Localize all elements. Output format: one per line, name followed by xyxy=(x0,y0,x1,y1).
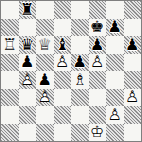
square-e2[interactable] xyxy=(71,106,89,124)
white-pawn: ♟♙ xyxy=(106,106,124,124)
square-d5[interactable]: ♟♙ xyxy=(54,54,72,72)
square-d1[interactable] xyxy=(54,124,72,142)
black-pawn: ♟ xyxy=(19,54,37,72)
square-a8[interactable] xyxy=(1,1,19,19)
square-a6[interactable]: ♜♖ xyxy=(1,36,19,54)
square-d6[interactable]: ♝ xyxy=(54,36,72,54)
square-h5[interactable] xyxy=(124,54,142,72)
white-pawn: ♟♙ xyxy=(89,54,107,72)
black-pawn: ♟ xyxy=(124,36,142,54)
square-d2[interactable] xyxy=(54,106,72,124)
square-b1[interactable] xyxy=(19,124,37,142)
square-h8[interactable] xyxy=(124,1,142,19)
square-b7[interactable] xyxy=(19,19,37,37)
square-b2[interactable] xyxy=(19,106,37,124)
white-bishop-glyph: ♗ xyxy=(71,71,89,89)
square-d8[interactable] xyxy=(54,1,72,19)
square-c5[interactable] xyxy=(36,54,54,72)
square-b3[interactable] xyxy=(19,89,37,107)
white-pawn: ♟♙ xyxy=(36,89,54,107)
black-rook-glyph: ♜ xyxy=(19,1,37,19)
square-c1[interactable] xyxy=(36,124,54,142)
square-f7[interactable]: ♚ xyxy=(89,19,107,37)
square-e4[interactable]: ♝♗ xyxy=(71,71,89,89)
square-f4[interactable] xyxy=(89,71,107,89)
black-king-glyph: ♚ xyxy=(89,19,107,37)
square-e1[interactable] xyxy=(71,124,89,142)
black-pawn-glyph: ♟ xyxy=(71,54,89,72)
square-a7[interactable] xyxy=(1,19,19,37)
white-pawn-glyph: ♙ xyxy=(124,89,142,107)
square-b6[interactable]: ♛ xyxy=(19,36,37,54)
black-rook: ♜ xyxy=(19,1,37,19)
square-c2[interactable] xyxy=(36,106,54,124)
black-queen-glyph: ♛ xyxy=(19,36,37,54)
square-f1[interactable]: ♚♔ xyxy=(89,124,107,142)
square-h6[interactable]: ♟ xyxy=(124,36,142,54)
square-h7[interactable] xyxy=(124,19,142,37)
square-a1[interactable] xyxy=(1,124,19,142)
square-g3[interactable] xyxy=(106,89,124,107)
square-g5[interactable] xyxy=(106,54,124,72)
black-king: ♚ xyxy=(89,19,107,37)
square-g7[interactable]: ♟ xyxy=(106,19,124,37)
black-pawn: ♟ xyxy=(106,19,124,37)
white-rook: ♜♖ xyxy=(1,36,19,54)
square-c3[interactable]: ♟♙ xyxy=(36,89,54,107)
square-c7[interactable] xyxy=(36,19,54,37)
square-g8[interactable] xyxy=(106,1,124,19)
square-g1[interactable] xyxy=(106,124,124,142)
white-pawn-glyph: ♙ xyxy=(36,89,54,107)
square-e6[interactable] xyxy=(71,36,89,54)
black-pawn: ♟ xyxy=(36,71,54,89)
white-bishop: ♝♗ xyxy=(71,71,89,89)
white-queen-glyph: ♕ xyxy=(36,36,54,54)
square-d4[interactable] xyxy=(54,71,72,89)
square-h2[interactable] xyxy=(124,106,142,124)
square-c6[interactable]: ♛♕ xyxy=(36,36,54,54)
black-bishop-glyph: ♝ xyxy=(54,36,72,54)
square-g6[interactable] xyxy=(106,36,124,54)
square-a5[interactable] xyxy=(1,54,19,72)
white-pawn-glyph: ♙ xyxy=(106,106,124,124)
white-queen: ♛♕ xyxy=(36,36,54,54)
square-f8[interactable] xyxy=(89,1,107,19)
square-f3[interactable] xyxy=(89,89,107,107)
square-d7[interactable] xyxy=(54,19,72,37)
square-f5[interactable]: ♟♙ xyxy=(89,54,107,72)
square-a2[interactable] xyxy=(1,106,19,124)
black-queen: ♛ xyxy=(19,36,37,54)
square-d3[interactable] xyxy=(54,89,72,107)
white-pawn-glyph: ♙ xyxy=(19,71,37,89)
white-king: ♚♔ xyxy=(89,124,107,142)
square-b8[interactable]: ♜ xyxy=(19,1,37,19)
square-h3[interactable]: ♟♙ xyxy=(124,89,142,107)
square-a3[interactable] xyxy=(1,89,19,107)
square-e3[interactable] xyxy=(71,89,89,107)
square-f6[interactable]: ♟ xyxy=(89,36,107,54)
square-c4[interactable]: ♟ xyxy=(36,71,54,89)
square-e7[interactable] xyxy=(71,19,89,37)
chess-board: ♜♚♟♜♖♛♛♕♝♟♟♟♟♙♟♟♙♟♙♟♝♗♟♙♟♙♟♙♚♔ xyxy=(0,0,142,142)
black-bishop: ♝ xyxy=(54,36,72,54)
square-g2[interactable]: ♟♙ xyxy=(106,106,124,124)
black-pawn-glyph: ♟ xyxy=(124,36,142,54)
square-e5[interactable]: ♟ xyxy=(71,54,89,72)
square-f2[interactable] xyxy=(89,106,107,124)
black-pawn-glyph: ♟ xyxy=(36,71,54,89)
black-pawn-glyph: ♟ xyxy=(89,36,107,54)
square-h4[interactable] xyxy=(124,71,142,89)
square-g4[interactable] xyxy=(106,71,124,89)
square-e8[interactable] xyxy=(71,1,89,19)
white-pawn: ♟♙ xyxy=(19,71,37,89)
black-pawn-glyph: ♟ xyxy=(19,54,37,72)
square-b4[interactable]: ♟♙ xyxy=(19,71,37,89)
square-a4[interactable] xyxy=(1,71,19,89)
square-h1[interactable] xyxy=(124,124,142,142)
black-pawn: ♟ xyxy=(71,54,89,72)
white-king-glyph: ♔ xyxy=(89,124,107,142)
white-rook-glyph: ♖ xyxy=(1,36,19,54)
square-b5[interactable]: ♟ xyxy=(19,54,37,72)
white-pawn: ♟♙ xyxy=(54,54,72,72)
white-pawn: ♟♙ xyxy=(124,89,142,107)
white-pawn-glyph: ♙ xyxy=(54,54,72,72)
white-pawn-glyph: ♙ xyxy=(89,54,107,72)
square-c8[interactable] xyxy=(36,1,54,19)
black-pawn-glyph: ♟ xyxy=(106,19,124,37)
black-pawn: ♟ xyxy=(89,36,107,54)
